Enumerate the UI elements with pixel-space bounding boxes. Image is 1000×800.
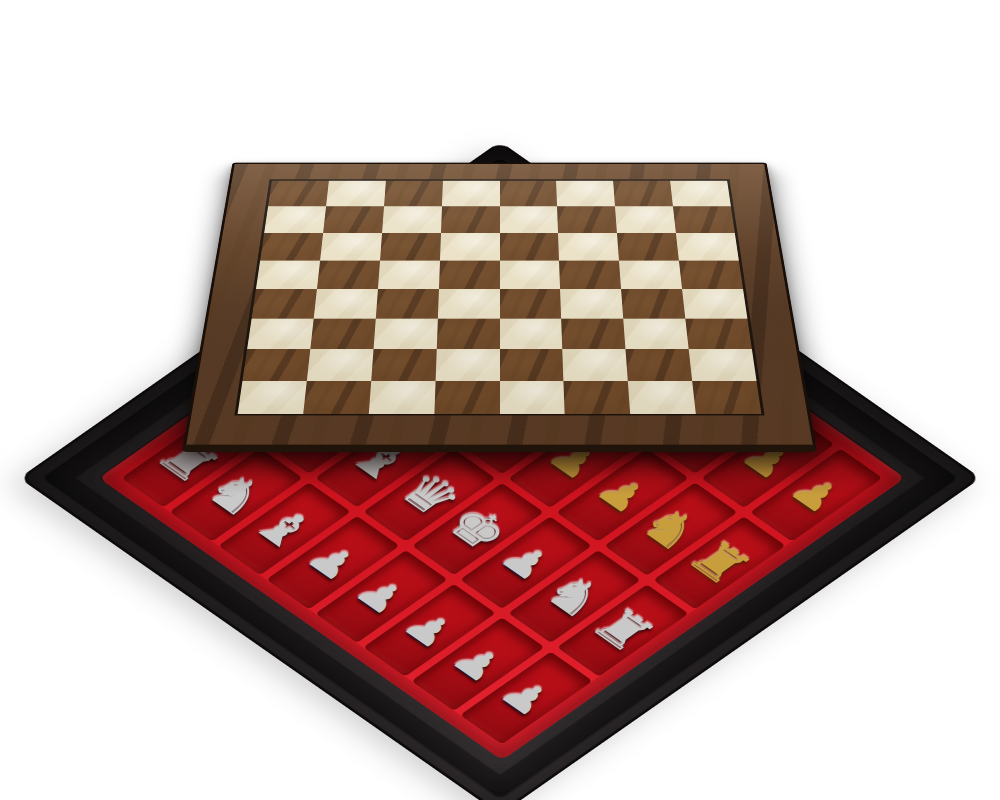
square-e7	[500, 206, 559, 233]
square-h5	[679, 261, 743, 290]
square-a2	[242, 349, 310, 381]
square-a4	[252, 289, 317, 319]
silver-pawn-in-tray: ♟	[491, 538, 561, 587]
square-g3	[623, 319, 688, 350]
square-e4	[500, 289, 562, 319]
square-d6	[440, 233, 500, 261]
square-e8	[500, 181, 558, 207]
square-e6	[500, 233, 560, 261]
square-f2	[563, 349, 628, 381]
board-squares	[234, 179, 764, 415]
square-e3	[500, 319, 563, 350]
square-b1	[303, 381, 371, 414]
square-c5	[378, 261, 440, 290]
square-d1	[434, 381, 499, 414]
square-c6	[380, 233, 441, 261]
square-d2	[435, 349, 499, 381]
square-d5	[439, 261, 500, 290]
square-h3	[685, 319, 751, 350]
square-h2	[689, 349, 757, 381]
square-a6	[260, 233, 323, 261]
square-h6	[676, 233, 739, 261]
square-a3	[247, 319, 313, 350]
square-g7	[615, 206, 676, 233]
square-g4	[621, 289, 685, 319]
square-e2	[500, 349, 564, 381]
square-b8	[326, 181, 386, 207]
square-a7	[264, 206, 326, 233]
square-d4	[438, 289, 500, 319]
square-h4	[682, 289, 747, 319]
square-f7	[557, 206, 617, 233]
square-h1	[692, 381, 761, 414]
square-b3	[310, 319, 375, 350]
square-h8	[670, 181, 731, 207]
square-b2	[307, 349, 374, 381]
square-f4	[560, 289, 623, 319]
square-g8	[613, 181, 673, 207]
square-c7	[382, 206, 442, 233]
silver-pawn-in-tray: ♟	[298, 538, 368, 587]
square-a8	[268, 181, 329, 207]
square-g1	[628, 381, 696, 414]
silver-pawn-in-tray: ♟	[443, 640, 513, 689]
square-a5	[256, 261, 320, 290]
chess-set-photo-scene: ♟♞♝♛♚♝♟♟♟♟♟♜♟♟♞♜♟♟♝♛♚♟♞♜♜♞♝♟♟♟♟♟	[0, 0, 1000, 800]
square-g6	[617, 233, 679, 261]
square-d3	[436, 319, 499, 350]
square-b4	[314, 289, 378, 319]
square-f1	[564, 381, 631, 414]
chess-board	[182, 163, 817, 452]
square-b6	[320, 233, 382, 261]
square-c2	[371, 349, 436, 381]
square-g2	[626, 349, 693, 381]
square-a1	[238, 381, 307, 414]
silver-pawn-in-tray: ♟	[395, 606, 465, 655]
square-g5	[619, 261, 682, 290]
square-h7	[673, 206, 735, 233]
square-d7	[441, 206, 500, 233]
square-f6	[558, 233, 619, 261]
gold-pawn-in-tray: ♟	[588, 471, 658, 520]
square-c3	[373, 319, 437, 350]
board-frame	[182, 163, 817, 452]
gold-pawn-in-tray: ♟	[781, 471, 851, 520]
square-d8	[442, 181, 500, 207]
square-e1	[500, 381, 565, 414]
square-e5	[500, 261, 561, 290]
silver-pawn-in-tray: ♟	[491, 674, 561, 723]
square-c4	[376, 289, 439, 319]
square-b5	[317, 261, 380, 290]
square-b7	[323, 206, 384, 233]
square-f5	[559, 261, 621, 290]
silver-pawn-in-tray: ♟	[346, 572, 416, 621]
square-f3	[561, 319, 625, 350]
square-c8	[384, 181, 443, 207]
square-f8	[556, 181, 615, 207]
square-c1	[369, 381, 436, 414]
